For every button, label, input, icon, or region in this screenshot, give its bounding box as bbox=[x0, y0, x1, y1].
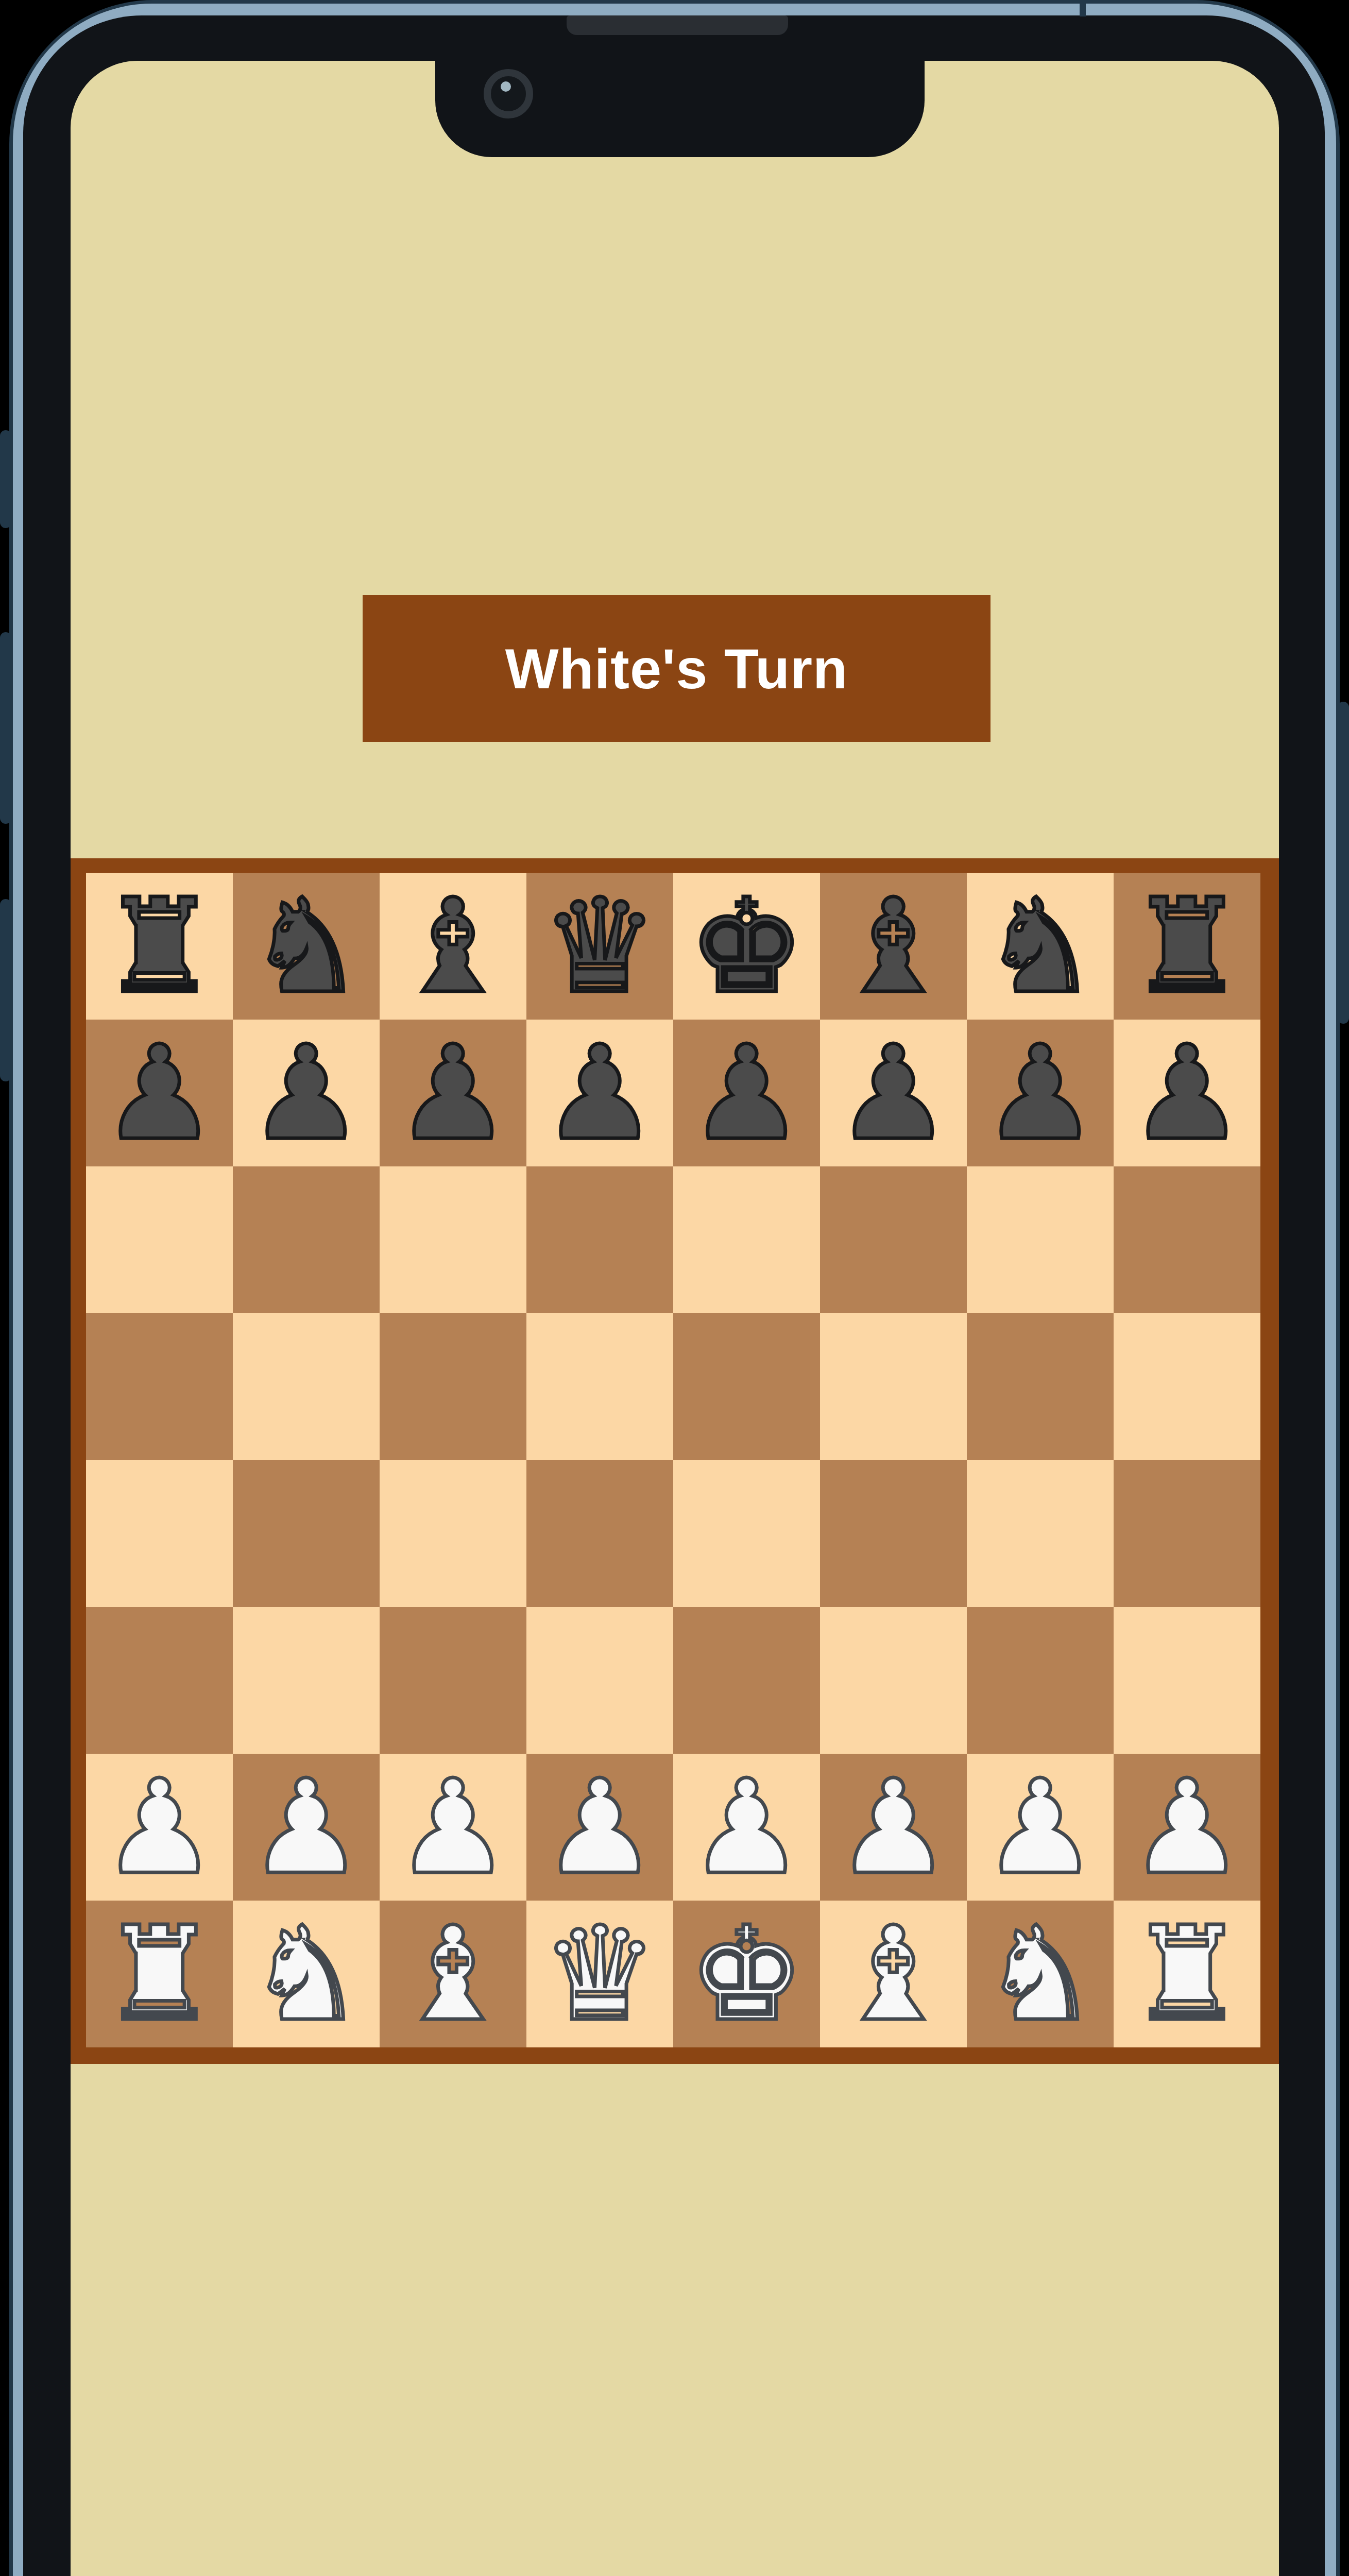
camera-lens-dot-icon bbox=[501, 81, 511, 92]
piece-black-king-e8[interactable]: ♚ bbox=[689, 873, 805, 1020]
square-g2[interactable]: ♟ bbox=[967, 1754, 1114, 1901]
piece-white-queen-d1[interactable]: ♛ bbox=[542, 1901, 658, 2047]
piece-black-pawn-g7[interactable]: ♟ bbox=[982, 1020, 1099, 1166]
piece-white-pawn-g2[interactable]: ♟ bbox=[982, 1754, 1099, 1901]
piece-white-bishop-f1[interactable]: ♝ bbox=[835, 1901, 952, 2047]
square-g3[interactable] bbox=[967, 1607, 1114, 1754]
square-a3[interactable] bbox=[86, 1607, 233, 1754]
piece-white-rook-a1[interactable]: ♜ bbox=[101, 1901, 218, 2047]
square-h4[interactable] bbox=[1114, 1460, 1260, 1607]
square-b3[interactable] bbox=[233, 1607, 380, 1754]
square-e4[interactable] bbox=[673, 1460, 820, 1607]
piece-white-pawn-e2[interactable]: ♟ bbox=[689, 1754, 805, 1901]
square-h5[interactable] bbox=[1114, 1313, 1260, 1460]
square-g1[interactable]: ♞ bbox=[967, 1901, 1114, 2047]
square-d4[interactable] bbox=[526, 1460, 673, 1607]
square-c3[interactable] bbox=[380, 1607, 526, 1754]
square-c7[interactable]: ♟ bbox=[380, 1020, 526, 1166]
square-a4[interactable] bbox=[86, 1460, 233, 1607]
piece-black-knight-b8[interactable]: ♞ bbox=[248, 873, 365, 1020]
square-a6[interactable] bbox=[86, 1166, 233, 1313]
square-f1[interactable]: ♝ bbox=[820, 1901, 967, 2047]
piece-black-bishop-c8[interactable]: ♝ bbox=[395, 873, 511, 1020]
square-c1[interactable]: ♝ bbox=[380, 1901, 526, 2047]
square-b1[interactable]: ♞ bbox=[233, 1901, 380, 2047]
square-e3[interactable] bbox=[673, 1607, 820, 1754]
square-b8[interactable]: ♞ bbox=[233, 873, 380, 1020]
square-e5[interactable] bbox=[673, 1313, 820, 1460]
square-a8[interactable]: ♜ bbox=[86, 873, 233, 1020]
square-a2[interactable]: ♟ bbox=[86, 1754, 233, 1901]
square-b2[interactable]: ♟ bbox=[233, 1754, 380, 1901]
square-c4[interactable] bbox=[380, 1460, 526, 1607]
piece-white-pawn-b2[interactable]: ♟ bbox=[248, 1754, 365, 1901]
square-h2[interactable]: ♟ bbox=[1114, 1754, 1260, 1901]
square-g6[interactable] bbox=[967, 1166, 1114, 1313]
chess-board-grid: ♜♞♝♛♚♝♞♜♟♟♟♟♟♟♟♟♟♟♟♟♟♟♟♟♜♞♝♛♚♝♞♜ bbox=[86, 873, 1260, 2047]
piece-black-pawn-e7[interactable]: ♟ bbox=[689, 1020, 805, 1166]
square-c6[interactable] bbox=[380, 1166, 526, 1313]
square-f2[interactable]: ♟ bbox=[820, 1754, 967, 1901]
square-f7[interactable]: ♟ bbox=[820, 1020, 967, 1166]
square-b6[interactable] bbox=[233, 1166, 380, 1313]
square-g8[interactable]: ♞ bbox=[967, 873, 1114, 1020]
piece-black-pawn-h7[interactable]: ♟ bbox=[1129, 1020, 1245, 1166]
square-h1[interactable]: ♜ bbox=[1114, 1901, 1260, 2047]
square-g4[interactable] bbox=[967, 1460, 1114, 1607]
piece-white-knight-b1[interactable]: ♞ bbox=[248, 1901, 365, 2047]
square-h7[interactable]: ♟ bbox=[1114, 1020, 1260, 1166]
square-f6[interactable] bbox=[820, 1166, 967, 1313]
square-d7[interactable]: ♟ bbox=[526, 1020, 673, 1166]
square-a5[interactable] bbox=[86, 1313, 233, 1460]
piece-black-rook-h8[interactable]: ♜ bbox=[1129, 873, 1245, 1020]
piece-black-knight-g8[interactable]: ♞ bbox=[982, 873, 1099, 1020]
square-d2[interactable]: ♟ bbox=[526, 1754, 673, 1901]
square-b5[interactable] bbox=[233, 1313, 380, 1460]
square-f5[interactable] bbox=[820, 1313, 967, 1460]
speaker-grille-icon bbox=[567, 15, 788, 35]
square-f3[interactable] bbox=[820, 1607, 967, 1754]
square-c8[interactable]: ♝ bbox=[380, 873, 526, 1020]
square-h8[interactable]: ♜ bbox=[1114, 873, 1260, 1020]
square-g5[interactable] bbox=[967, 1313, 1114, 1460]
square-e6[interactable] bbox=[673, 1166, 820, 1313]
square-d8[interactable]: ♛ bbox=[526, 873, 673, 1020]
square-e1[interactable]: ♚ bbox=[673, 1901, 820, 2047]
antenna-line-top bbox=[1080, 0, 1086, 16]
piece-black-pawn-c7[interactable]: ♟ bbox=[395, 1020, 511, 1166]
square-a1[interactable]: ♜ bbox=[86, 1901, 233, 2047]
piece-black-pawn-d7[interactable]: ♟ bbox=[542, 1020, 658, 1166]
piece-black-queen-d8[interactable]: ♛ bbox=[542, 873, 658, 1020]
piece-white-bishop-c1[interactable]: ♝ bbox=[395, 1901, 511, 2047]
piece-black-pawn-b7[interactable]: ♟ bbox=[248, 1020, 365, 1166]
square-g7[interactable]: ♟ bbox=[967, 1020, 1114, 1166]
square-d1[interactable]: ♛ bbox=[526, 1901, 673, 2047]
piece-white-pawn-d2[interactable]: ♟ bbox=[542, 1754, 658, 1901]
square-a7[interactable]: ♟ bbox=[86, 1020, 233, 1166]
square-e2[interactable]: ♟ bbox=[673, 1754, 820, 1901]
piece-white-king-e1[interactable]: ♚ bbox=[689, 1901, 805, 2047]
square-e8[interactable]: ♚ bbox=[673, 873, 820, 1020]
square-b4[interactable] bbox=[233, 1460, 380, 1607]
turn-status-label: White's Turn bbox=[505, 636, 848, 701]
square-c2[interactable]: ♟ bbox=[380, 1754, 526, 1901]
square-h3[interactable] bbox=[1114, 1607, 1260, 1754]
square-d6[interactable] bbox=[526, 1166, 673, 1313]
square-d3[interactable] bbox=[526, 1607, 673, 1754]
square-c5[interactable] bbox=[380, 1313, 526, 1460]
piece-white-knight-g1[interactable]: ♞ bbox=[982, 1901, 1099, 2047]
front-camera-icon bbox=[484, 69, 533, 118]
square-e7[interactable]: ♟ bbox=[673, 1020, 820, 1166]
piece-black-pawn-a7[interactable]: ♟ bbox=[101, 1020, 218, 1166]
piece-black-rook-a8[interactable]: ♜ bbox=[101, 873, 218, 1020]
square-b7[interactable]: ♟ bbox=[233, 1020, 380, 1166]
piece-white-pawn-h2[interactable]: ♟ bbox=[1129, 1754, 1245, 1901]
piece-black-pawn-f7[interactable]: ♟ bbox=[835, 1020, 952, 1166]
piece-white-pawn-c2[interactable]: ♟ bbox=[395, 1754, 511, 1901]
piece-black-bishop-f8[interactable]: ♝ bbox=[835, 873, 952, 1020]
square-h6[interactable] bbox=[1114, 1166, 1260, 1313]
square-f8[interactable]: ♝ bbox=[820, 873, 967, 1020]
turn-status-banner: White's Turn bbox=[363, 595, 991, 742]
piece-white-pawn-a2[interactable]: ♟ bbox=[101, 1754, 218, 1901]
piece-white-rook-h1[interactable]: ♜ bbox=[1129, 1901, 1245, 2047]
square-f4[interactable] bbox=[820, 1460, 967, 1607]
piece-white-pawn-f2[interactable]: ♟ bbox=[835, 1754, 952, 1901]
square-d5[interactable] bbox=[526, 1313, 673, 1460]
chess-board: ♜♞♝♛♚♝♞♜♟♟♟♟♟♟♟♟♟♟♟♟♟♟♟♟♜♞♝♛♚♝♞♜ bbox=[71, 858, 1279, 2064]
